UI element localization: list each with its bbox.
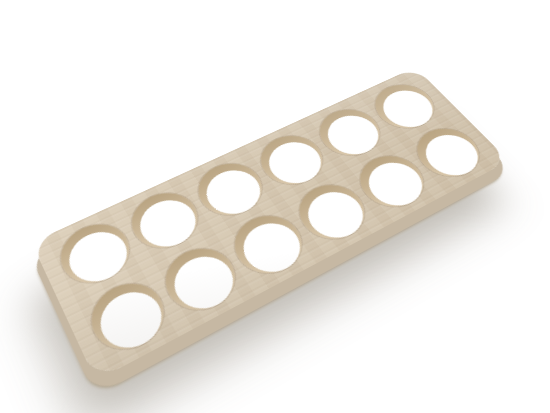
pit-hole [91, 283, 171, 359]
pit-hole [259, 135, 331, 191]
photo-canvas [0, 0, 550, 413]
pit-r1-c3[interactable] [187, 155, 273, 225]
pit-r1-c1[interactable] [51, 215, 140, 295]
pit-r2-c2[interactable] [154, 238, 247, 322]
pit-hole [318, 109, 388, 162]
mancala-board [31, 67, 509, 381]
pit-hole [197, 163, 270, 223]
pit-hole [297, 184, 373, 247]
pit-hole [164, 248, 243, 319]
pit-r2-c1[interactable] [80, 273, 175, 363]
pit-hole [60, 224, 135, 292]
pit-hole [131, 192, 205, 256]
pit-hole [358, 155, 433, 214]
pit-r1-c2[interactable] [121, 184, 208, 259]
pit-hole [415, 128, 488, 183]
pit-hole [373, 84, 442, 134]
pit-hole [233, 215, 310, 282]
